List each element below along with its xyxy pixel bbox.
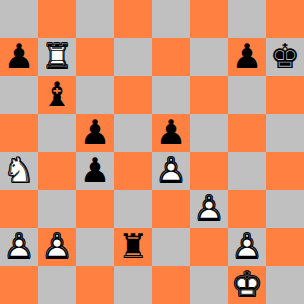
piece-white-pawn[interactable]: ♟♙ (190, 190, 228, 228)
square-h8[interactable] (266, 0, 304, 38)
square-d6[interactable] (114, 76, 152, 114)
square-h6[interactable] (266, 76, 304, 114)
square-b7[interactable]: ♜♖ (38, 38, 76, 76)
piece-black-rook[interactable]: ♜ (114, 228, 152, 266)
square-g2[interactable]: ♟♙ (228, 228, 266, 266)
square-b3[interactable] (38, 190, 76, 228)
square-e3[interactable] (152, 190, 190, 228)
square-d4[interactable] (114, 152, 152, 190)
square-g6[interactable] (228, 76, 266, 114)
square-c2[interactable] (76, 228, 114, 266)
black-pawn-glyph: ♟ (76, 114, 114, 152)
square-b1[interactable] (38, 266, 76, 304)
piece-white-pawn[interactable]: ♟♙ (228, 228, 266, 266)
white-knight-outline: ♘ (0, 152, 38, 190)
square-h5[interactable] (266, 114, 304, 152)
square-g7[interactable]: ♟ (228, 38, 266, 76)
piece-black-pawn[interactable]: ♟ (0, 38, 38, 76)
chess-board: ♟♜♖♟♚♝♟♟♞♘♟♟♙♟♙♟♙♟♙♜♟♙♚♔ (0, 0, 304, 304)
black-king-glyph: ♚ (266, 38, 304, 76)
square-a1[interactable] (0, 266, 38, 304)
square-g5[interactable] (228, 114, 266, 152)
white-pawn-outline: ♙ (38, 228, 76, 266)
square-c7[interactable] (76, 38, 114, 76)
piece-white-knight[interactable]: ♞♘ (0, 152, 38, 190)
black-pawn-glyph: ♟ (0, 38, 38, 76)
square-h7[interactable]: ♚ (266, 38, 304, 76)
square-h2[interactable] (266, 228, 304, 266)
piece-black-king[interactable]: ♚ (266, 38, 304, 76)
square-e4[interactable]: ♟♙ (152, 152, 190, 190)
piece-black-pawn[interactable]: ♟ (152, 114, 190, 152)
piece-white-pawn[interactable]: ♟♙ (0, 228, 38, 266)
square-b5[interactable] (38, 114, 76, 152)
square-a4[interactable]: ♞♘ (0, 152, 38, 190)
square-h4[interactable] (266, 152, 304, 190)
square-f4[interactable] (190, 152, 228, 190)
square-f7[interactable] (190, 38, 228, 76)
white-rook-outline: ♖ (38, 38, 76, 76)
square-f2[interactable] (190, 228, 228, 266)
piece-black-pawn[interactable]: ♟ (228, 38, 266, 76)
black-pawn-glyph: ♟ (228, 38, 266, 76)
white-pawn-outline: ♙ (152, 152, 190, 190)
square-a8[interactable] (0, 0, 38, 38)
white-pawn-outline: ♙ (190, 190, 228, 228)
square-b6[interactable]: ♝ (38, 76, 76, 114)
square-g3[interactable] (228, 190, 266, 228)
square-d8[interactable] (114, 0, 152, 38)
black-pawn-glyph: ♟ (152, 114, 190, 152)
square-b2[interactable]: ♟♙ (38, 228, 76, 266)
square-g4[interactable] (228, 152, 266, 190)
square-c5[interactable]: ♟ (76, 114, 114, 152)
square-a7[interactable]: ♟ (0, 38, 38, 76)
piece-black-bishop[interactable]: ♝ (38, 76, 76, 114)
square-c8[interactable] (76, 0, 114, 38)
square-f5[interactable] (190, 114, 228, 152)
square-g1[interactable]: ♚♔ (228, 266, 266, 304)
square-e1[interactable] (152, 266, 190, 304)
piece-black-pawn[interactable]: ♟ (76, 152, 114, 190)
piece-black-pawn[interactable]: ♟ (76, 114, 114, 152)
square-g8[interactable] (228, 0, 266, 38)
square-a6[interactable] (0, 76, 38, 114)
square-a3[interactable] (0, 190, 38, 228)
black-bishop-glyph: ♝ (38, 76, 76, 114)
square-a2[interactable]: ♟♙ (0, 228, 38, 266)
black-rook-glyph: ♜ (114, 228, 152, 266)
square-c1[interactable] (76, 266, 114, 304)
square-c6[interactable] (76, 76, 114, 114)
square-e8[interactable] (152, 0, 190, 38)
square-b8[interactable] (38, 0, 76, 38)
square-d2[interactable]: ♜ (114, 228, 152, 266)
white-king-outline: ♔ (228, 266, 266, 304)
square-h1[interactable] (266, 266, 304, 304)
black-pawn-glyph: ♟ (76, 152, 114, 190)
piece-white-king[interactable]: ♚♔ (228, 266, 266, 304)
square-f6[interactable] (190, 76, 228, 114)
square-e2[interactable] (152, 228, 190, 266)
square-b4[interactable] (38, 152, 76, 190)
square-d5[interactable] (114, 114, 152, 152)
square-f3[interactable]: ♟♙ (190, 190, 228, 228)
square-d1[interactable] (114, 266, 152, 304)
square-e7[interactable] (152, 38, 190, 76)
square-c4[interactable]: ♟ (76, 152, 114, 190)
square-e6[interactable] (152, 76, 190, 114)
square-e5[interactable]: ♟ (152, 114, 190, 152)
square-c3[interactable] (76, 190, 114, 228)
piece-white-pawn[interactable]: ♟♙ (38, 228, 76, 266)
white-pawn-outline: ♙ (228, 228, 266, 266)
piece-white-pawn[interactable]: ♟♙ (152, 152, 190, 190)
square-f8[interactable] (190, 0, 228, 38)
square-h3[interactable] (266, 190, 304, 228)
square-d3[interactable] (114, 190, 152, 228)
square-a5[interactable] (0, 114, 38, 152)
square-f1[interactable] (190, 266, 228, 304)
white-pawn-outline: ♙ (0, 228, 38, 266)
piece-white-rook[interactable]: ♜♖ (38, 38, 76, 76)
square-d7[interactable] (114, 38, 152, 76)
